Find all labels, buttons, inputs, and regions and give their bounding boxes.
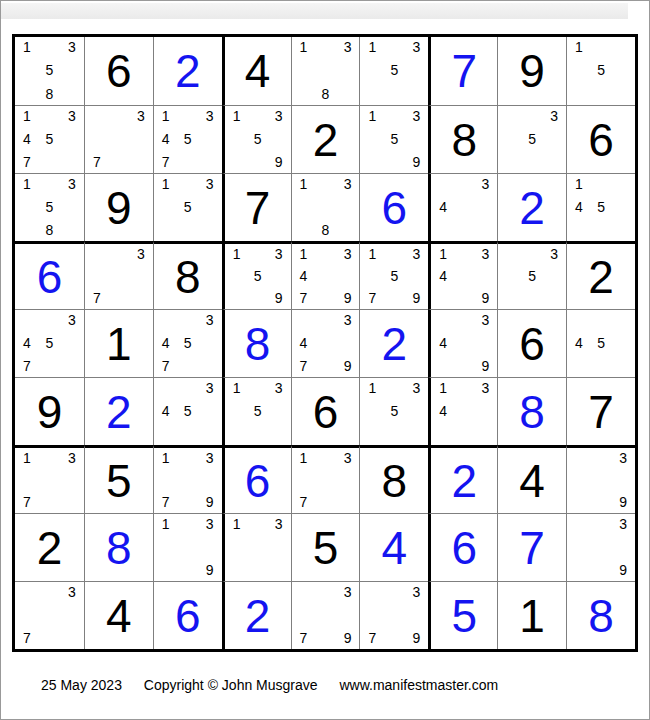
cell-r7c2[interactable]: 5 xyxy=(84,445,153,513)
pencil-mark-7: 7 xyxy=(23,631,31,645)
solved-digit: 7 xyxy=(498,514,566,581)
pencil-mark-1: 1 xyxy=(300,177,308,191)
given-digit: 2 xyxy=(15,514,84,581)
cell-r8c4[interactable]: 13 xyxy=(222,513,291,581)
given-digit: 4 xyxy=(85,582,153,649)
pencil-mark-3: 3 xyxy=(344,40,352,54)
pencil-mark-8: 8 xyxy=(322,223,330,237)
pencil-marks: 1379 xyxy=(154,448,222,513)
pencil-mark-3: 3 xyxy=(481,381,489,395)
cell-r8c1[interactable]: 2 xyxy=(15,513,84,581)
cell-r2c7[interactable]: 8 xyxy=(428,105,497,173)
pencil-marks: 37 xyxy=(15,582,84,649)
given-digit: 6 xyxy=(567,106,635,173)
pencil-mark-8: 8 xyxy=(46,223,54,237)
solved-digit: 2 xyxy=(154,37,222,105)
given-digit: 8 xyxy=(154,244,222,309)
pencil-mark-7: 7 xyxy=(93,155,101,169)
cell-r4c6[interactable]: 13579 xyxy=(359,241,428,309)
pencil-mark-8: 8 xyxy=(46,87,54,101)
given-digit: 8 xyxy=(431,106,497,173)
solved-digit: 7 xyxy=(431,37,497,105)
pencil-mark-3: 3 xyxy=(413,109,421,123)
sudoku-app-window: { "game": "sudoku", "board": { "position… xyxy=(0,0,650,720)
pencil-marks: 135 xyxy=(154,174,222,241)
pencil-marks: 135 xyxy=(360,37,428,105)
cell-r1c6[interactable]: 135 xyxy=(359,37,428,105)
cell-r4c8[interactable]: 35 xyxy=(497,241,566,309)
cell-r3c7[interactable]: 34 xyxy=(428,173,497,241)
pencil-marks: 138 xyxy=(292,174,360,241)
pencil-mark-3: 3 xyxy=(481,247,489,261)
solved-digit: 2 xyxy=(225,582,291,649)
solved-digit: 6 xyxy=(431,514,497,581)
cell-r5c2[interactable]: 1 xyxy=(84,309,153,377)
cell-r2c3[interactable]: 13457 xyxy=(153,105,222,173)
pencil-mark-5: 5 xyxy=(184,132,192,146)
pencil-marks: 139 xyxy=(154,514,222,581)
pencil-marks: 39 xyxy=(567,448,635,513)
pencil-mark-7: 7 xyxy=(23,359,31,373)
pencil-mark-5: 5 xyxy=(390,132,398,146)
cell-r6c1[interactable]: 9 xyxy=(15,377,84,445)
cell-r2c5[interactable]: 2 xyxy=(291,105,360,173)
cell-r4c9[interactable]: 2 xyxy=(566,241,635,309)
pencil-marks: 379 xyxy=(360,582,428,649)
cell-r1c1[interactable]: 1358 xyxy=(15,37,84,105)
cell-r8c8[interactable]: 7 xyxy=(497,513,566,581)
pencil-marks: 145 xyxy=(567,174,635,241)
pencil-mark-3: 3 xyxy=(275,381,283,395)
footer-date: 25 May 2023 xyxy=(41,677,122,693)
pencil-mark-1: 1 xyxy=(439,381,447,395)
given-digit: 7 xyxy=(567,378,635,445)
cell-r5c4[interactable]: 8 xyxy=(222,309,291,377)
cell-r7c8[interactable]: 4 xyxy=(497,445,566,513)
given-digit: 5 xyxy=(292,514,360,581)
pencil-mark-4: 4 xyxy=(439,269,447,283)
given-digit: 6 xyxy=(292,378,360,445)
pencil-mark-3: 3 xyxy=(206,109,214,123)
pencil-marks: 35 xyxy=(498,244,566,309)
cell-r8c5[interactable]: 5 xyxy=(291,513,360,581)
pencil-mark-1: 1 xyxy=(23,451,31,465)
given-digit: 9 xyxy=(85,174,153,241)
pencil-mark-7: 7 xyxy=(162,495,170,509)
pencil-mark-3: 3 xyxy=(413,40,421,54)
solved-digit: 6 xyxy=(154,582,222,649)
pencil-mark-3: 3 xyxy=(68,313,76,327)
footer-website: www.manifestmaster.com xyxy=(339,677,498,693)
cell-r1c3[interactable]: 2 xyxy=(153,37,222,105)
cell-r3c2[interactable]: 9 xyxy=(84,173,153,241)
pencil-mark-1: 1 xyxy=(162,109,170,123)
solved-digit: 8 xyxy=(567,582,635,649)
solved-digit: 8 xyxy=(85,514,153,581)
pencil-marks: 3479 xyxy=(292,310,360,377)
pencil-mark-3: 3 xyxy=(275,247,283,261)
cell-r5c9[interactable]: 45 xyxy=(566,309,635,377)
pencil-marks: 13457 xyxy=(154,106,222,173)
cell-r1c8[interactable]: 9 xyxy=(497,37,566,105)
pencil-marks: 15 xyxy=(567,37,635,105)
pencil-mark-3: 3 xyxy=(413,585,421,599)
cell-r9c5[interactable]: 379 xyxy=(291,581,360,649)
pencil-mark-3: 3 xyxy=(481,313,489,327)
pencil-mark-3: 3 xyxy=(619,451,627,465)
cell-r7c3[interactable]: 1379 xyxy=(153,445,222,513)
cell-r6c8[interactable]: 8 xyxy=(497,377,566,445)
pencil-mark-9: 9 xyxy=(275,155,283,169)
pencil-mark-8: 8 xyxy=(322,87,330,101)
pencil-mark-3: 3 xyxy=(206,451,214,465)
cell-r5c3[interactable]: 3457 xyxy=(153,309,222,377)
pencil-mark-7: 7 xyxy=(300,291,308,305)
pencil-mark-3: 3 xyxy=(344,177,352,191)
pencil-mark-7: 7 xyxy=(300,631,308,645)
pencil-marks: 1359 xyxy=(360,106,428,173)
pencil-mark-1: 1 xyxy=(368,109,376,123)
pencil-mark-4: 4 xyxy=(439,404,447,418)
pencil-mark-3: 3 xyxy=(413,381,421,395)
pencil-mark-3: 3 xyxy=(550,247,558,261)
cell-r2c6[interactable]: 1359 xyxy=(359,105,428,173)
pencil-marks: 349 xyxy=(431,310,497,377)
pencil-mark-7: 7 xyxy=(300,359,308,373)
pencil-mark-4: 4 xyxy=(162,132,170,146)
cell-r7c1[interactable]: 137 xyxy=(15,445,84,513)
pencil-mark-9: 9 xyxy=(344,359,352,373)
cell-r2c8[interactable]: 35 xyxy=(497,105,566,173)
cell-r6c6[interactable]: 135 xyxy=(359,377,428,445)
pencil-mark-1: 1 xyxy=(162,517,170,531)
pencil-marks: 135 xyxy=(360,378,428,445)
pencil-mark-5: 5 xyxy=(184,336,192,350)
cell-r5c7[interactable]: 349 xyxy=(428,309,497,377)
cell-r5c8[interactable]: 6 xyxy=(497,309,566,377)
cell-r6c9[interactable]: 7 xyxy=(566,377,635,445)
pencil-mark-9: 9 xyxy=(344,631,352,645)
cell-r6c5[interactable]: 6 xyxy=(291,377,360,445)
pencil-mark-1: 1 xyxy=(233,247,241,261)
pencil-mark-4: 4 xyxy=(439,336,447,350)
pencil-marks: 137 xyxy=(292,448,360,513)
pencil-marks: 137 xyxy=(15,448,84,513)
pencil-mark-1: 1 xyxy=(368,381,376,395)
pencil-mark-9: 9 xyxy=(344,291,352,305)
solved-digit: 2 xyxy=(431,448,497,513)
pencil-mark-1: 1 xyxy=(23,177,31,191)
pencil-mark-5: 5 xyxy=(46,200,54,214)
pencil-mark-3: 3 xyxy=(137,247,145,261)
pencil-mark-5: 5 xyxy=(390,63,398,77)
pencil-mark-3: 3 xyxy=(344,585,352,599)
given-digit: 6 xyxy=(498,310,566,377)
cell-r9c9[interactable]: 8 xyxy=(566,581,635,649)
cell-r1c4[interactable]: 4 xyxy=(222,37,291,105)
given-digit: 8 xyxy=(360,448,428,513)
cell-r6c2[interactable]: 2 xyxy=(84,377,153,445)
cell-r7c7[interactable]: 2 xyxy=(428,445,497,513)
pencil-mark-1: 1 xyxy=(162,177,170,191)
pencil-marks: 1358 xyxy=(15,174,84,241)
cell-r9c7[interactable]: 5 xyxy=(428,581,497,649)
given-digit: 1 xyxy=(498,582,566,649)
pencil-mark-1: 1 xyxy=(233,517,241,531)
cell-r3c3[interactable]: 135 xyxy=(153,173,222,241)
pencil-mark-1: 1 xyxy=(300,40,308,54)
pencil-mark-1: 1 xyxy=(368,247,376,261)
cell-r3c4[interactable]: 7 xyxy=(222,173,291,241)
pencil-marks: 37 xyxy=(85,244,153,309)
cell-r5c6[interactable]: 2 xyxy=(359,309,428,377)
pencil-mark-4: 4 xyxy=(300,269,308,283)
pencil-mark-3: 3 xyxy=(481,177,489,191)
given-digit: 5 xyxy=(85,448,153,513)
pencil-mark-9: 9 xyxy=(619,495,627,509)
solved-digit: 6 xyxy=(225,448,291,513)
pencil-marks: 37 xyxy=(85,106,153,173)
pencil-marks: 1359 xyxy=(225,244,291,309)
pencil-mark-3: 3 xyxy=(550,109,558,123)
pencil-mark-1: 1 xyxy=(439,247,447,261)
cell-r5c1[interactable]: 3457 xyxy=(15,309,84,377)
cell-r9c8[interactable]: 1 xyxy=(497,581,566,649)
cell-r1c5[interactable]: 138 xyxy=(291,37,360,105)
pencil-mark-1: 1 xyxy=(233,109,241,123)
given-digit: 7 xyxy=(225,174,291,241)
cell-r7c9[interactable]: 39 xyxy=(566,445,635,513)
cell-r7c4[interactable]: 6 xyxy=(222,445,291,513)
pencil-mark-5: 5 xyxy=(254,132,262,146)
pencil-mark-5: 5 xyxy=(184,404,192,418)
cell-r4c7[interactable]: 1349 xyxy=(428,241,497,309)
pencil-mark-9: 9 xyxy=(619,563,627,577)
pencil-marks: 45 xyxy=(567,310,635,377)
pencil-mark-7: 7 xyxy=(23,155,31,169)
pencil-mark-3: 3 xyxy=(344,313,352,327)
pencil-mark-4: 4 xyxy=(23,336,31,350)
cell-r5c5[interactable]: 3479 xyxy=(291,309,360,377)
solved-digit: 8 xyxy=(498,378,566,445)
pencil-marks: 3457 xyxy=(15,310,84,377)
window-toolbar xyxy=(1,3,628,19)
given-digit: 1 xyxy=(85,310,153,377)
pencil-marks: 3457 xyxy=(154,310,222,377)
solved-digit: 2 xyxy=(360,310,428,377)
footer: 25 May 2023 Copyright © John Musgrave ww… xyxy=(41,677,498,693)
pencil-mark-9: 9 xyxy=(481,359,489,373)
pencil-mark-4: 4 xyxy=(23,132,31,146)
pencil-mark-5: 5 xyxy=(597,200,605,214)
cell-r2c4[interactable]: 1359 xyxy=(222,105,291,173)
pencil-mark-9: 9 xyxy=(275,291,283,305)
pencil-mark-4: 4 xyxy=(162,336,170,350)
pencil-mark-7: 7 xyxy=(300,495,308,509)
pencil-marks: 13 xyxy=(225,514,291,581)
cell-r8c3[interactable]: 139 xyxy=(153,513,222,581)
pencil-mark-3: 3 xyxy=(206,177,214,191)
pencil-mark-4: 4 xyxy=(162,404,170,418)
pencil-mark-3: 3 xyxy=(68,177,76,191)
pencil-mark-9: 9 xyxy=(413,291,421,305)
cell-r2c9[interactable]: 6 xyxy=(566,105,635,173)
pencil-mark-3: 3 xyxy=(619,517,627,531)
pencil-mark-1: 1 xyxy=(23,40,31,54)
pencil-mark-5: 5 xyxy=(390,269,398,283)
pencil-mark-5: 5 xyxy=(528,269,536,283)
pencil-mark-3: 3 xyxy=(413,247,421,261)
cell-r4c4[interactable]: 1359 xyxy=(222,241,291,309)
pencil-mark-4: 4 xyxy=(300,336,308,350)
pencil-mark-3: 3 xyxy=(68,585,76,599)
pencil-mark-9: 9 xyxy=(481,291,489,305)
pencil-mark-3: 3 xyxy=(206,517,214,531)
cell-r3c1[interactable]: 1358 xyxy=(15,173,84,241)
cell-r6c3[interactable]: 345 xyxy=(153,377,222,445)
pencil-marks: 13457 xyxy=(15,106,84,173)
pencil-mark-7: 7 xyxy=(23,495,31,509)
pencil-marks: 1358 xyxy=(15,37,84,105)
pencil-mark-1: 1 xyxy=(575,177,583,191)
pencil-marks: 138 xyxy=(292,37,360,105)
pencil-mark-5: 5 xyxy=(254,269,262,283)
cell-r9c1[interactable]: 37 xyxy=(15,581,84,649)
pencil-mark-5: 5 xyxy=(46,63,54,77)
cell-r7c5[interactable]: 137 xyxy=(291,445,360,513)
pencil-mark-5: 5 xyxy=(46,132,54,146)
pencil-mark-3: 3 xyxy=(275,517,283,531)
pencil-mark-7: 7 xyxy=(368,631,376,645)
pencil-mark-3: 3 xyxy=(68,109,76,123)
pencil-mark-1: 1 xyxy=(233,381,241,395)
cell-r4c2[interactable]: 37 xyxy=(84,241,153,309)
pencil-marks: 135 xyxy=(225,378,291,445)
pencil-mark-4: 4 xyxy=(439,200,447,214)
solved-digit: 4 xyxy=(360,514,428,581)
given-digit: 6 xyxy=(85,37,153,105)
cell-r8c7[interactable]: 6 xyxy=(428,513,497,581)
cell-r8c9[interactable]: 39 xyxy=(566,513,635,581)
cell-r3c9[interactable]: 145 xyxy=(566,173,635,241)
pencil-mark-5: 5 xyxy=(597,63,605,77)
pencil-mark-5: 5 xyxy=(254,404,262,418)
cell-r1c9[interactable]: 15 xyxy=(566,37,635,105)
pencil-mark-4: 4 xyxy=(575,200,583,214)
pencil-mark-3: 3 xyxy=(275,109,283,123)
pencil-mark-5: 5 xyxy=(597,336,605,350)
cell-r3c6[interactable]: 6 xyxy=(359,173,428,241)
pencil-mark-1: 1 xyxy=(162,451,170,465)
given-digit: 4 xyxy=(498,448,566,513)
pencil-mark-3: 3 xyxy=(68,40,76,54)
cell-r1c2[interactable]: 6 xyxy=(84,37,153,105)
pencil-marks: 379 xyxy=(292,582,360,649)
pencil-mark-1: 1 xyxy=(300,451,308,465)
pencil-marks: 35 xyxy=(498,106,566,173)
cell-r2c1[interactable]: 13457 xyxy=(15,105,84,173)
pencil-mark-3: 3 xyxy=(137,109,145,123)
pencil-mark-5: 5 xyxy=(528,132,536,146)
cell-r4c3[interactable]: 8 xyxy=(153,241,222,309)
pencil-mark-1: 1 xyxy=(575,40,583,54)
pencil-mark-7: 7 xyxy=(162,155,170,169)
given-digit: 9 xyxy=(498,37,566,105)
cell-r6c7[interactable]: 134 xyxy=(428,377,497,445)
pencil-mark-3: 3 xyxy=(344,451,352,465)
pencil-mark-1: 1 xyxy=(368,40,376,54)
pencil-marks: 134 xyxy=(431,378,497,445)
pencil-mark-9: 9 xyxy=(206,563,214,577)
pencil-mark-5: 5 xyxy=(46,336,54,350)
pencil-marks: 1349 xyxy=(431,244,497,309)
solved-digit: 2 xyxy=(85,378,153,445)
solved-digit: 6 xyxy=(15,244,84,309)
pencil-mark-4: 4 xyxy=(575,336,583,350)
pencil-marks: 13579 xyxy=(360,244,428,309)
cell-r4c5[interactable]: 13479 xyxy=(291,241,360,309)
pencil-mark-9: 9 xyxy=(206,495,214,509)
pencil-mark-3: 3 xyxy=(206,313,214,327)
pencil-marks: 34 xyxy=(431,174,497,241)
pencil-marks: 13479 xyxy=(292,244,360,309)
cell-r1c7[interactable]: 7 xyxy=(428,37,497,105)
cell-r3c5[interactable]: 138 xyxy=(291,173,360,241)
given-digit: 9 xyxy=(15,378,84,445)
footer-copyright: Copyright © John Musgrave xyxy=(144,677,318,693)
pencil-mark-1: 1 xyxy=(23,109,31,123)
cell-r9c2[interactable]: 4 xyxy=(84,581,153,649)
pencil-marks: 1359 xyxy=(225,106,291,173)
cell-r6c4[interactable]: 135 xyxy=(222,377,291,445)
pencil-mark-7: 7 xyxy=(368,291,376,305)
given-digit: 2 xyxy=(567,244,635,309)
cell-r9c3[interactable]: 6 xyxy=(153,581,222,649)
pencil-mark-7: 7 xyxy=(93,291,101,305)
pencil-mark-3: 3 xyxy=(68,451,76,465)
solved-digit: 8 xyxy=(225,310,291,377)
pencil-marks: 39 xyxy=(567,514,635,581)
pencil-mark-7: 7 xyxy=(162,359,170,373)
solved-digit: 5 xyxy=(431,582,497,649)
sudoku-grid: 1358624138135791513457371345713592135983… xyxy=(12,34,638,652)
cell-r4c1[interactable]: 6 xyxy=(15,241,84,309)
cell-r7c6[interactable]: 8 xyxy=(359,445,428,513)
pencil-mark-9: 9 xyxy=(413,631,421,645)
given-digit: 2 xyxy=(292,106,360,173)
cell-r9c6[interactable]: 379 xyxy=(359,581,428,649)
pencil-mark-1: 1 xyxy=(300,247,308,261)
cell-r3c8[interactable]: 2 xyxy=(497,173,566,241)
cell-r2c2[interactable]: 37 xyxy=(84,105,153,173)
pencil-mark-9: 9 xyxy=(413,155,421,169)
cell-r8c6[interactable]: 4 xyxy=(359,513,428,581)
pencil-mark-3: 3 xyxy=(344,247,352,261)
cell-r8c2[interactable]: 8 xyxy=(84,513,153,581)
solved-digit: 2 xyxy=(498,174,566,241)
pencil-marks: 345 xyxy=(154,378,222,445)
given-digit: 4 xyxy=(225,37,291,105)
pencil-mark-5: 5 xyxy=(184,200,192,214)
cell-r9c4[interactable]: 2 xyxy=(222,581,291,649)
pencil-mark-5: 5 xyxy=(390,404,398,418)
solved-digit: 6 xyxy=(360,174,428,241)
pencil-mark-3: 3 xyxy=(206,381,214,395)
